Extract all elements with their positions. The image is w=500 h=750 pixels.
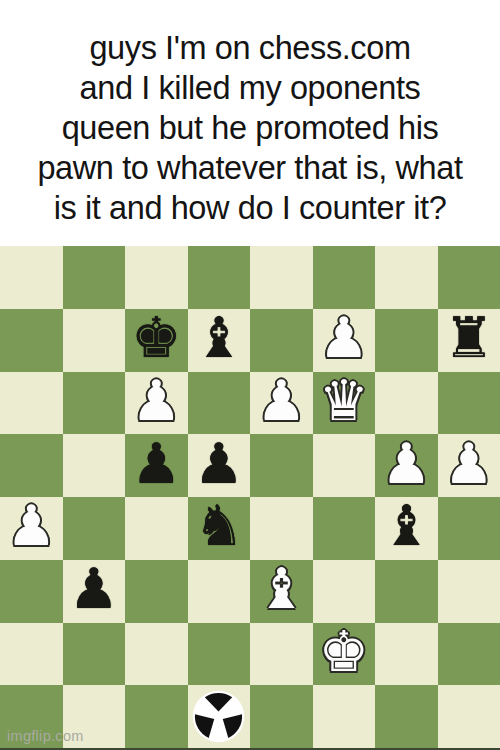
square-c4[interactable] (125, 497, 188, 560)
black-pawn-piece: ♟ (69, 561, 119, 617)
black-bishop-piece: ♝ (381, 498, 431, 554)
square-f3[interactable] (313, 560, 376, 623)
white-pawn-piece: ♟ (381, 436, 431, 492)
square-a2[interactable] (0, 623, 63, 686)
square-a4[interactable]: ♟ (0, 497, 63, 560)
square-e4[interactable] (250, 497, 313, 560)
white-pawn-piece: ♟ (256, 373, 306, 429)
square-b5[interactable] (63, 434, 126, 497)
white-king-piece: ♚ (319, 624, 369, 680)
square-g1[interactable] (375, 685, 438, 748)
square-d2[interactable] (188, 623, 251, 686)
square-f1[interactable] (313, 685, 376, 748)
radiation-piece (190, 688, 247, 745)
caption-line: is it and how do I counter it? (0, 188, 500, 228)
square-e6[interactable]: ♟ (250, 372, 313, 435)
square-b7[interactable] (63, 309, 126, 372)
caption-line: pawn to whatever that is, what (0, 148, 500, 188)
square-e7[interactable] (250, 309, 313, 372)
square-g6[interactable] (375, 372, 438, 435)
square-d3[interactable] (188, 560, 251, 623)
square-h2[interactable] (438, 623, 500, 686)
square-f8[interactable] (313, 246, 376, 309)
square-b8[interactable] (63, 246, 126, 309)
square-h1[interactable] (438, 685, 500, 748)
caption-line: guys I'm on chess.com (0, 28, 500, 68)
black-pawn-piece: ♟ (194, 436, 244, 492)
square-e2[interactable] (250, 623, 313, 686)
black-bishop-piece: ♝ (194, 310, 244, 366)
square-d5[interactable]: ♟ (188, 434, 251, 497)
black-king-piece: ♚ (131, 310, 181, 366)
square-c8[interactable] (125, 246, 188, 309)
square-e8[interactable] (250, 246, 313, 309)
square-c1[interactable] (125, 685, 188, 748)
square-b2[interactable] (63, 623, 126, 686)
square-e5[interactable] (250, 434, 313, 497)
white-pawn-piece: ♟ (6, 498, 56, 554)
watermark: imgflip.com (7, 728, 84, 744)
square-c5[interactable]: ♟ (125, 434, 188, 497)
square-a7[interactable] (0, 309, 63, 372)
white-queen-piece: ♛ (319, 373, 369, 429)
meme-caption: guys I'm on chess.com and I killed my op… (0, 0, 500, 246)
square-b4[interactable] (63, 497, 126, 560)
meme-image: guys I'm on chess.com and I killed my op… (0, 0, 500, 750)
square-f6[interactable]: ♛ (313, 372, 376, 435)
square-h5[interactable]: ♟ (438, 434, 500, 497)
chess-board: ♚♝♟♜♟♟♛♟♟♟♟♟♞♝♟♝♚ (0, 246, 500, 748)
square-f5[interactable] (313, 434, 376, 497)
square-g4[interactable]: ♝ (375, 497, 438, 560)
white-pawn-piece: ♟ (319, 310, 369, 366)
square-h6[interactable] (438, 372, 500, 435)
square-h7[interactable]: ♜ (438, 309, 500, 372)
square-d4[interactable]: ♞ (188, 497, 251, 560)
square-g7[interactable] (375, 309, 438, 372)
square-a8[interactable] (0, 246, 63, 309)
caption-line: and I killed my oponents (0, 68, 500, 108)
square-a3[interactable] (0, 560, 63, 623)
square-a6[interactable] (0, 372, 63, 435)
square-g3[interactable] (375, 560, 438, 623)
square-d6[interactable] (188, 372, 251, 435)
square-h3[interactable] (438, 560, 500, 623)
square-f2[interactable]: ♚ (313, 623, 376, 686)
square-g2[interactable] (375, 623, 438, 686)
square-f7[interactable]: ♟ (313, 309, 376, 372)
black-pawn-piece: ♟ (131, 436, 181, 492)
square-c2[interactable] (125, 623, 188, 686)
square-b3[interactable]: ♟ (63, 560, 126, 623)
square-b6[interactable] (63, 372, 126, 435)
square-c7[interactable]: ♚ (125, 309, 188, 372)
square-h8[interactable] (438, 246, 500, 309)
square-d1[interactable] (188, 685, 251, 748)
square-g5[interactable]: ♟ (375, 434, 438, 497)
radiation-icon (190, 688, 247, 745)
square-g8[interactable] (375, 246, 438, 309)
square-f4[interactable] (313, 497, 376, 560)
black-rook-piece: ♜ (444, 310, 494, 366)
white-bishop-piece: ♝ (256, 561, 306, 617)
white-pawn-piece: ♟ (444, 436, 494, 492)
square-d7[interactable]: ♝ (188, 309, 251, 372)
white-pawn-piece: ♟ (131, 373, 181, 429)
square-e3[interactable]: ♝ (250, 560, 313, 623)
square-d8[interactable] (188, 246, 251, 309)
square-e1[interactable] (250, 685, 313, 748)
caption-line: queen but he promoted his (0, 108, 500, 148)
square-h4[interactable] (438, 497, 500, 560)
black-knight-piece: ♞ (194, 498, 244, 554)
square-c3[interactable] (125, 560, 188, 623)
square-c6[interactable]: ♟ (125, 372, 188, 435)
square-a5[interactable] (0, 434, 63, 497)
